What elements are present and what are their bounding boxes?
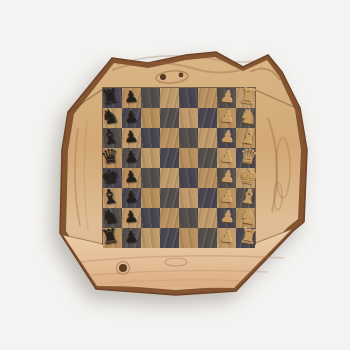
square-0-5[interactable]: [198, 88, 217, 108]
black-pawn[interactable]: ♟: [120, 186, 141, 207]
square-1-5[interactable]: [198, 108, 217, 128]
square-3-1[interactable]: ♟: [122, 148, 141, 168]
square-7-7[interactable]: ♜: [236, 228, 255, 248]
square-1-6[interactable]: ♟: [217, 108, 236, 128]
square-5-3[interactable]: [160, 188, 179, 208]
square-0-3[interactable]: [160, 88, 179, 108]
white-pawn[interactable]: ♟: [217, 146, 238, 167]
white-pawn[interactable]: ♟: [217, 206, 238, 227]
black-pawn[interactable]: ♟: [120, 126, 141, 147]
black-rook[interactable]: ♜: [99, 225, 121, 248]
square-0-1[interactable]: ♟: [122, 88, 141, 108]
square-5-2[interactable]: [141, 188, 160, 208]
white-pawn[interactable]: ♟: [217, 106, 238, 127]
square-4-6[interactable]: ♟: [217, 168, 236, 188]
black-pawn[interactable]: ♟: [120, 86, 141, 107]
square-3-2[interactable]: [141, 148, 160, 168]
square-3-4[interactable]: [179, 148, 198, 168]
square-6-6[interactable]: ♟: [217, 208, 236, 228]
white-pawn[interactable]: ♟: [217, 166, 238, 187]
black-pawn[interactable]: ♟: [120, 206, 141, 227]
white-pawn[interactable]: ♟: [217, 126, 238, 147]
square-5-4[interactable]: [179, 188, 198, 208]
square-7-5[interactable]: [198, 228, 217, 248]
square-5-1[interactable]: ♟: [122, 188, 141, 208]
square-6-5[interactable]: [198, 208, 217, 228]
square-3-6[interactable]: ♟: [217, 148, 236, 168]
square-6-3[interactable]: [160, 208, 179, 228]
square-7-3[interactable]: [160, 228, 179, 248]
square-3-5[interactable]: [198, 148, 217, 168]
square-5-6[interactable]: ♟: [217, 188, 236, 208]
square-7-0[interactable]: ♜: [103, 228, 122, 248]
square-4-2[interactable]: [141, 168, 160, 188]
square-6-4[interactable]: [179, 208, 198, 228]
square-0-2[interactable]: [141, 88, 160, 108]
square-7-2[interactable]: [141, 228, 160, 248]
square-4-3[interactable]: [160, 168, 179, 188]
square-4-5[interactable]: [198, 168, 217, 188]
black-pawn[interactable]: ♟: [120, 146, 141, 167]
square-1-4[interactable]: [179, 108, 198, 128]
square-2-5[interactable]: [198, 128, 217, 148]
black-pawn[interactable]: ♟: [120, 106, 141, 127]
square-0-6[interactable]: ♟: [217, 88, 236, 108]
black-pawn[interactable]: ♟: [120, 226, 141, 247]
square-1-1[interactable]: ♟: [122, 108, 141, 128]
white-rook[interactable]: ♜: [237, 225, 259, 248]
square-2-4[interactable]: [179, 128, 198, 148]
square-7-1[interactable]: ♟: [122, 228, 141, 248]
square-4-1[interactable]: ♟: [122, 168, 141, 188]
white-pawn[interactable]: ♟: [217, 186, 238, 207]
square-2-6[interactable]: ♟: [217, 128, 236, 148]
square-1-3[interactable]: [160, 108, 179, 128]
square-0-4[interactable]: [179, 88, 198, 108]
square-2-2[interactable]: [141, 128, 160, 148]
square-6-1[interactable]: ♟: [122, 208, 141, 228]
white-pawn[interactable]: ♟: [217, 226, 238, 247]
square-5-5[interactable]: [198, 188, 217, 208]
chess-board: ♜♟♟♜♞♟♟♞♝♟♟♝♛♟♟♛♚♟♟♚♝♟♟♝♞♟♟♞♜♟♟♜: [103, 88, 255, 244]
square-1-2[interactable]: [141, 108, 160, 128]
white-pawn[interactable]: ♟: [217, 86, 238, 107]
square-3-3[interactable]: [160, 148, 179, 168]
square-4-4[interactable]: [179, 168, 198, 188]
square-2-3[interactable]: [160, 128, 179, 148]
square-7-6[interactable]: ♟: [217, 228, 236, 248]
square-7-4[interactable]: [179, 228, 198, 248]
square-2-1[interactable]: ♟: [122, 128, 141, 148]
square-6-2[interactable]: [141, 208, 160, 228]
black-pawn[interactable]: ♟: [120, 166, 141, 187]
